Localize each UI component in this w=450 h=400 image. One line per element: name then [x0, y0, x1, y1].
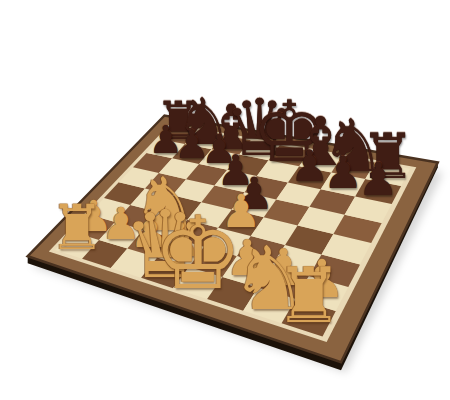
piece-white-rook-a1[interactable]: ♜	[49, 197, 105, 259]
piece-black-pawn-h7[interactable]: ♟	[358, 157, 399, 203]
chess-product-photo: ♜♞♝♛♚♝♞♜♟♟♟♟♟♟♟♟♟♞♟♟♟♟♟♟♟♜♛♚♞♜	[0, 0, 450, 400]
piece-white-rook-h1[interactable]: ♜	[275, 258, 343, 334]
